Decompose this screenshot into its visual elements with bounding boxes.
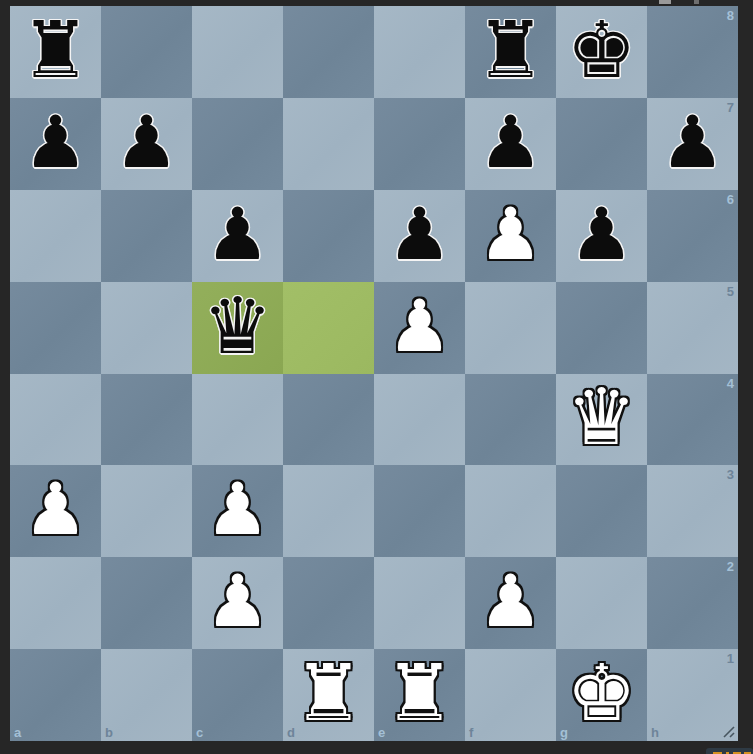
white-king-piece[interactable]: ♚ <box>556 649 647 741</box>
toolbar-fragment-icon <box>659 0 671 4</box>
chess-board-frame: ♜♜♚8♟♟♟♟7♟♟♟♟6♛♟5♛4♟♟3♟♟2abc♜d♜ef♚g1h <box>10 6 738 741</box>
square-b3[interactable] <box>101 465 192 557</box>
square-f8[interactable]: ♜ <box>465 6 556 98</box>
square-c1[interactable]: c <box>192 649 283 741</box>
white-queen-piece[interactable]: ♛ <box>556 374 647 466</box>
white-pawn-piece[interactable]: ♟ <box>10 465 101 557</box>
square-h1[interactable]: 1h <box>647 649 738 741</box>
square-c4[interactable] <box>192 374 283 466</box>
square-g6[interactable]: ♟ <box>556 190 647 282</box>
chess-board[interactable]: ♜♜♚8♟♟♟♟7♟♟♟♟6♛♟5♛4♟♟3♟♟2abc♜d♜ef♚g1h <box>10 6 738 741</box>
square-a7[interactable]: ♟ <box>10 98 101 190</box>
black-king-piece[interactable]: ♚ <box>556 6 647 98</box>
black-pawn-piece[interactable]: ♟ <box>556 190 647 282</box>
coord-file-a: a <box>14 725 21 740</box>
white-pawn-piece[interactable]: ♟ <box>465 190 556 282</box>
black-rook-piece[interactable]: ♜ <box>465 6 556 98</box>
square-b1[interactable]: b <box>101 649 192 741</box>
square-f1[interactable]: f <box>465 649 556 741</box>
square-c3[interactable]: ♟ <box>192 465 283 557</box>
square-e1[interactable]: ♜e <box>374 649 465 741</box>
black-pawn-piece[interactable]: ♟ <box>374 190 465 282</box>
square-b7[interactable]: ♟ <box>101 98 192 190</box>
coord-file-b: b <box>105 725 113 740</box>
square-c7[interactable] <box>192 98 283 190</box>
coord-file-h: h <box>651 725 659 740</box>
square-b5[interactable] <box>101 282 192 374</box>
resize-handle-icon[interactable] <box>722 725 736 739</box>
white-pawn-piece[interactable]: ♟ <box>192 557 283 649</box>
square-e5[interactable]: ♟ <box>374 282 465 374</box>
square-d1[interactable]: ♜d <box>283 649 374 741</box>
square-b6[interactable] <box>101 190 192 282</box>
black-queen-piece[interactable]: ♛ <box>192 282 283 374</box>
square-e2[interactable] <box>374 557 465 649</box>
square-e6[interactable]: ♟ <box>374 190 465 282</box>
white-pawn-piece[interactable]: ♟ <box>374 282 465 374</box>
square-f3[interactable] <box>465 465 556 557</box>
square-e3[interactable] <box>374 465 465 557</box>
square-g1[interactable]: ♚g <box>556 649 647 741</box>
square-a6[interactable] <box>10 190 101 282</box>
square-a2[interactable] <box>10 557 101 649</box>
coord-rank-8: 8 <box>727 8 734 23</box>
black-pawn-piece[interactable]: ♟ <box>192 190 283 282</box>
square-d3[interactable] <box>283 465 374 557</box>
square-h4[interactable]: 4 <box>647 374 738 466</box>
toolbar-fragment-icon <box>694 0 699 4</box>
square-b8[interactable] <box>101 6 192 98</box>
square-h8[interactable]: 8 <box>647 6 738 98</box>
square-f6[interactable]: ♟ <box>465 190 556 282</box>
square-g8[interactable]: ♚ <box>556 6 647 98</box>
black-pawn-piece[interactable]: ♟ <box>465 98 556 190</box>
square-h5[interactable]: 5 <box>647 282 738 374</box>
square-e7[interactable] <box>374 98 465 190</box>
square-d6[interactable] <box>283 190 374 282</box>
square-c6[interactable]: ♟ <box>192 190 283 282</box>
square-a5[interactable] <box>10 282 101 374</box>
black-pawn-piece[interactable]: ♟ <box>101 98 192 190</box>
square-h2[interactable]: 2 <box>647 557 738 649</box>
square-g4[interactable]: ♛ <box>556 374 647 466</box>
square-e4[interactable] <box>374 374 465 466</box>
coord-rank-4: 4 <box>727 376 734 391</box>
square-d8[interactable] <box>283 6 374 98</box>
square-b4[interactable] <box>101 374 192 466</box>
square-e8[interactable] <box>374 6 465 98</box>
square-g5[interactable] <box>556 282 647 374</box>
square-d4[interactable] <box>283 374 374 466</box>
coord-rank-6: 6 <box>727 192 734 207</box>
square-c8[interactable] <box>192 6 283 98</box>
square-d2[interactable] <box>283 557 374 649</box>
coord-file-c: c <box>196 725 203 740</box>
square-g7[interactable] <box>556 98 647 190</box>
black-pawn-piece[interactable]: ♟ <box>10 98 101 190</box>
square-b2[interactable] <box>101 557 192 649</box>
coord-rank-3: 3 <box>727 467 734 482</box>
square-g2[interactable] <box>556 557 647 649</box>
square-h7[interactable]: ♟7 <box>647 98 738 190</box>
white-rook-piece[interactable]: ♜ <box>283 649 374 741</box>
white-pawn-piece[interactable]: ♟ <box>465 557 556 649</box>
coord-file-f: f <box>469 725 473 740</box>
coord-rank-1: 1 <box>727 651 734 666</box>
page-background: { "game": "chess", "position": { "fen": … <box>0 0 753 754</box>
coord-rank-2: 2 <box>727 559 734 574</box>
square-a8[interactable]: ♜ <box>10 6 101 98</box>
black-pawn-piece[interactable]: ♟ <box>647 98 738 190</box>
square-d5[interactable] <box>283 282 374 374</box>
square-f2[interactable]: ♟ <box>465 557 556 649</box>
square-c5[interactable]: ♛ <box>192 282 283 374</box>
square-f4[interactable] <box>465 374 556 466</box>
white-rook-piece[interactable]: ♜ <box>374 649 465 741</box>
square-d7[interactable] <box>283 98 374 190</box>
square-a3[interactable]: ♟ <box>10 465 101 557</box>
square-g3[interactable] <box>556 465 647 557</box>
clock-fragment <box>706 748 753 754</box>
coord-rank-5: 5 <box>727 284 734 299</box>
square-h6[interactable]: 6 <box>647 190 738 282</box>
square-a4[interactable] <box>10 374 101 466</box>
square-a1[interactable]: a <box>10 649 101 741</box>
black-rook-piece[interactable]: ♜ <box>10 6 101 98</box>
white-pawn-piece[interactable]: ♟ <box>192 465 283 557</box>
square-c2[interactable]: ♟ <box>192 557 283 649</box>
square-f7[interactable]: ♟ <box>465 98 556 190</box>
square-f5[interactable] <box>465 282 556 374</box>
square-h3[interactable]: 3 <box>647 465 738 557</box>
